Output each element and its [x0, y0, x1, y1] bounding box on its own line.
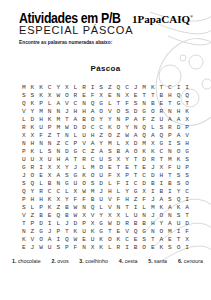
grid-cell: T	[148, 92, 157, 100]
grid-cell: U	[45, 156, 54, 164]
grid-cell: C	[71, 100, 80, 108]
grid-cell: F	[123, 100, 132, 108]
grid-cell: C	[166, 84, 175, 92]
grid-cell: L	[20, 116, 29, 124]
grid-cell: Z	[54, 204, 63, 212]
grid-cell: K	[114, 236, 123, 244]
grid-cell: F	[183, 228, 192, 236]
grid-cell: N	[63, 132, 72, 140]
grid-cell: N	[45, 108, 54, 116]
grid-cell: Q	[63, 236, 72, 244]
grid-cell: O	[97, 164, 106, 172]
grid-cell: L	[28, 204, 37, 212]
grid-cell: T	[148, 236, 157, 244]
grid-cell: B	[63, 212, 72, 220]
grid-cell: M	[54, 116, 63, 124]
grid-cell: T	[54, 132, 63, 140]
grid-cell: B	[157, 188, 166, 196]
grid-cell: Z	[114, 132, 123, 140]
grid-cell: P	[123, 116, 132, 124]
grid-cell: T	[106, 228, 115, 236]
grid-cell: D	[140, 156, 149, 164]
grid-cell: E	[140, 164, 149, 172]
grid-cell: K	[148, 148, 157, 156]
grid-cell: L	[37, 148, 46, 156]
grid-cell: L	[71, 132, 80, 140]
word-number: 1.	[12, 258, 16, 264]
grid-cell: J	[20, 172, 29, 180]
grid-cell: R	[123, 220, 132, 228]
grid-cell: H	[28, 196, 37, 204]
grid-cell: C	[123, 236, 132, 244]
word-label: cenoura	[184, 258, 203, 264]
grid-cell: Y	[123, 124, 132, 132]
grid-cell: T	[131, 164, 140, 172]
grid-cell: S	[166, 244, 175, 252]
grid-cell: H	[54, 156, 63, 164]
grid-cell: P	[183, 124, 192, 132]
grid-cell: T	[123, 204, 132, 212]
grid-cell: M	[54, 124, 63, 132]
grid-cell: A	[131, 132, 140, 140]
grid-cell: S	[174, 172, 183, 180]
grid-cell: F	[71, 196, 80, 204]
grid-cell: R	[114, 244, 123, 252]
grid-cell: F	[140, 196, 149, 204]
grid-cell: A	[54, 172, 63, 180]
grid-cell: C	[45, 188, 54, 196]
grid-cell: Q	[88, 100, 97, 108]
instruction-text: Encontre as palavras numeradas abaixo:	[19, 40, 112, 45]
grid-cell: L	[123, 212, 132, 220]
grid-cell: R	[20, 124, 29, 132]
grid-cell: G	[97, 220, 106, 228]
grid-cell: B	[80, 116, 89, 124]
grid-cell: T	[71, 156, 80, 164]
grid-cell: A	[123, 148, 132, 156]
grid-cell: S	[183, 156, 192, 164]
grid-cell: K	[28, 148, 37, 156]
grid-cell: S	[131, 100, 140, 108]
grid-cell: H	[166, 92, 175, 100]
grid-cell: H	[37, 196, 46, 204]
grid-cell: H	[174, 108, 183, 116]
grid-cell: K	[183, 108, 192, 116]
grid-cell: X	[148, 140, 157, 148]
grid-cell: K	[97, 236, 106, 244]
grid-cell: E	[106, 92, 115, 100]
grid-cell: X	[71, 188, 80, 196]
grid-cell: X	[63, 84, 72, 92]
grid-cell: N	[20, 228, 29, 236]
grid-cell: D	[131, 140, 140, 148]
grid-cell: J	[148, 164, 157, 172]
grid-cell: G	[71, 172, 80, 180]
grid-cell: C	[80, 148, 89, 156]
grid-cell: I	[166, 140, 175, 148]
grid-cell: O	[148, 108, 157, 116]
grid-cell: G	[97, 100, 106, 108]
grid-cell: A	[174, 132, 183, 140]
grid-cell: L	[106, 100, 115, 108]
grid-cell: I	[131, 204, 140, 212]
word-search-grid: MKKCYXLRISZQCJMKTCIISSKXWOREFXENXETTBHQQ…	[0, 84, 211, 252]
grid-cell: E	[131, 236, 140, 244]
grid-cell: L	[106, 180, 115, 188]
grid-cell: P	[45, 124, 54, 132]
grid-cell: S	[45, 148, 54, 156]
grid-cell: P	[183, 164, 192, 172]
grid-cell: I	[54, 236, 63, 244]
grid-cell: J	[131, 84, 140, 92]
grid-cell: X	[54, 196, 63, 204]
grid-cell: F	[88, 92, 97, 100]
grid-cell: J	[63, 108, 72, 116]
grid-cell: P	[28, 220, 37, 228]
grid-cell: D	[131, 108, 140, 116]
grid-cell: B	[131, 244, 140, 252]
grid-cell: M	[140, 84, 149, 92]
grid-cell: J	[148, 212, 157, 220]
grid-cell: E	[106, 164, 115, 172]
grid-cell: N	[148, 228, 157, 236]
grid-cell: R	[71, 92, 80, 100]
grid-cell: O	[28, 172, 37, 180]
grid-cell: M	[106, 140, 115, 148]
grid-cell: G	[183, 148, 192, 156]
grid-cell: M	[20, 84, 29, 92]
grid-cell: O	[80, 180, 89, 188]
grid-cell: X	[37, 156, 46, 164]
word-list-item: 6.cenoura	[178, 258, 203, 264]
grid-cell: A	[166, 116, 175, 124]
grid-cell: G	[20, 164, 29, 172]
grid-cell: R	[157, 108, 166, 116]
grid-cell: B	[45, 180, 54, 188]
grid-cell: T	[131, 172, 140, 180]
grid-cell: L	[114, 140, 123, 148]
grid-cell: C	[45, 84, 54, 92]
grid-cell: P	[37, 100, 46, 108]
grid-cell: Q	[174, 196, 183, 204]
grid-cell: A	[71, 116, 80, 124]
grid-cell: E	[157, 100, 166, 108]
grid-cell: O	[106, 236, 115, 244]
grid-cell: U	[80, 132, 89, 140]
grid-cell: A	[88, 108, 97, 116]
grid-cell: U	[174, 164, 183, 172]
grid-cell: D	[71, 124, 80, 132]
grid-cell: P	[63, 244, 72, 252]
grid-cell: S	[20, 92, 29, 100]
grid-cell: T	[114, 100, 123, 108]
grid-cell: D	[80, 124, 89, 132]
grid-cell: K	[45, 204, 54, 212]
grid-cell: U	[71, 180, 80, 188]
grid-cell: P	[166, 132, 175, 140]
grid-cell: O	[114, 108, 123, 116]
grid-cell: Y	[97, 116, 106, 124]
grid-cell: D	[140, 180, 149, 188]
grid-cell: U	[97, 156, 106, 164]
grid-cell: I	[174, 84, 183, 92]
grid-cell: A	[131, 116, 140, 124]
grid-cell: E	[45, 212, 54, 220]
grid-cell: I	[157, 180, 166, 188]
grid-cell: Z	[148, 116, 157, 124]
grid-cell: B	[114, 148, 123, 156]
grid-cell: E	[37, 172, 46, 180]
grid-cell: B	[63, 204, 72, 212]
grid-cell: C	[123, 84, 132, 92]
grid-cell: U	[131, 212, 140, 220]
grid-cell: R	[80, 156, 89, 164]
grid-cell: C	[97, 124, 106, 132]
grid-cell: X	[114, 172, 123, 180]
grid-cell: X	[183, 116, 192, 124]
grid-cell: K	[174, 204, 183, 212]
grid-cell: P	[71, 140, 80, 148]
grid-cell: G	[174, 100, 183, 108]
grid-cell: T	[166, 100, 175, 108]
grid-cell: A	[157, 196, 166, 204]
grid-cell: O	[140, 244, 149, 252]
grid-cell: J	[28, 244, 37, 252]
grid-cell: O	[174, 244, 183, 252]
grid-cell: Z	[131, 196, 140, 204]
word-number: 4.	[119, 258, 123, 264]
grid-cell: O	[37, 236, 46, 244]
grid-cell: N	[37, 140, 46, 148]
word-list-item: 5.santa	[148, 258, 167, 264]
registered-trademark-icon: ®	[190, 14, 193, 19]
grid-cell: O	[174, 148, 183, 156]
grid-cell: X	[106, 212, 115, 220]
grid-cell: Y	[54, 84, 63, 92]
grid-cell: V	[28, 236, 37, 244]
grid-cell: D	[174, 124, 183, 132]
word-number: 6.	[178, 258, 182, 264]
grid-cell: O	[114, 124, 123, 132]
grid-cell: D	[97, 180, 106, 188]
grid-cell: A	[166, 220, 175, 228]
grid-cell: Y	[97, 212, 106, 220]
grid-cell: X	[80, 212, 89, 220]
grid-cell: K	[106, 124, 115, 132]
grid-cell: S	[63, 172, 72, 180]
grid-cell: Y	[97, 140, 106, 148]
grid-cell: J	[148, 196, 157, 204]
grid-cell: B	[148, 100, 157, 108]
grid-cell: S	[123, 108, 132, 116]
grid-cell: E	[148, 244, 157, 252]
grid-cell: M	[88, 164, 97, 172]
grid-cell: X	[45, 92, 54, 100]
word-number: 5.	[148, 258, 152, 264]
header: Atividades em P/B 1PapaCAIQ® ESPECIAL PÁ…	[19, 10, 203, 26]
grid-cell: S	[28, 92, 37, 100]
grid-cell: N	[166, 212, 175, 220]
grid-cell: K	[140, 148, 149, 156]
grid-cell: K	[174, 156, 183, 164]
grid-cell: Z	[106, 84, 115, 92]
grid-cell: K	[37, 84, 46, 92]
grid-cell: G	[131, 188, 140, 196]
grid-cell: C	[131, 180, 140, 188]
grid-cell: E	[20, 244, 29, 252]
grid-cell: L	[37, 180, 46, 188]
grid-cell: I	[174, 228, 183, 236]
grid-cell: K	[28, 100, 37, 108]
grid-cell: U	[174, 220, 183, 228]
grid-cell: T	[157, 156, 166, 164]
grid-cell: V	[80, 140, 89, 148]
word-label: chocolate	[18, 258, 41, 264]
grid-cell: T	[140, 92, 149, 100]
grid-cell: W	[54, 92, 63, 100]
grid-cell: M	[37, 108, 46, 116]
grid-cell: V	[106, 204, 115, 212]
grid-cell: O	[106, 132, 115, 140]
grid-cell: W	[71, 212, 80, 220]
grid-cell: E	[131, 92, 140, 100]
grid-cell: S	[174, 140, 183, 148]
grid-cell: I	[166, 188, 175, 196]
grid-cell: K	[80, 172, 89, 180]
grid-cell: K	[45, 196, 54, 204]
grid-cell: P	[54, 228, 63, 236]
grid-cell: I	[183, 84, 192, 92]
grid-cell: R	[148, 156, 157, 164]
grid-cell: H	[157, 172, 166, 180]
word-list-item: 4.cesta	[119, 258, 138, 264]
grid-cell: Z	[97, 132, 106, 140]
grid-cell: D	[148, 172, 157, 180]
grid-cell: H	[37, 116, 46, 124]
grid-cell: N	[114, 92, 123, 100]
grid-cell: I	[183, 196, 192, 204]
grid-cell: V	[123, 228, 132, 236]
grid-cell: C	[88, 156, 97, 164]
grid-cell: S	[106, 148, 115, 156]
grid-cell: N	[166, 148, 175, 156]
word-label: cesta	[125, 258, 138, 264]
grid-cell: O	[157, 212, 166, 220]
grid-cell: X	[88, 244, 97, 252]
grid-cell: A	[54, 100, 63, 108]
grid-cell: W	[106, 220, 115, 228]
grid-cell: S	[174, 180, 183, 188]
grid-cell: P	[37, 204, 46, 212]
grid-cell: Y	[28, 188, 37, 196]
grid-cell: Q	[88, 204, 97, 212]
grid-cell: T	[114, 164, 123, 172]
grid-cell: W	[71, 204, 80, 212]
grid-cell: Q	[157, 132, 166, 140]
grid-cell: P	[20, 148, 29, 156]
word-list: 1.chocolate2.ovos3.coelhinho4.cesta5.san…	[12, 258, 203, 264]
grid-cell: X	[114, 156, 123, 164]
grid-cell: Q	[140, 132, 149, 140]
grid-cell: S	[20, 204, 29, 212]
grid-cell: F	[166, 164, 175, 172]
grid-cell: H	[148, 220, 157, 228]
brand-logo: 1PapaCAIQ®	[132, 13, 193, 25]
grid-cell: Y	[63, 196, 72, 204]
grid-cell: G	[157, 140, 166, 148]
grid-cell: K	[88, 228, 97, 236]
grid-cell: M	[166, 156, 175, 164]
grid-cell: J	[97, 188, 106, 196]
grid-cell: A	[183, 204, 192, 212]
grid-cell: N	[114, 204, 123, 212]
grid-cell: S	[20, 180, 29, 188]
grid-cell: Z	[45, 132, 54, 140]
grid-cell: L	[97, 204, 106, 212]
grid-cell: Z	[88, 148, 97, 156]
grid-cell: N	[45, 140, 54, 148]
word-list-item: 3.coelhinho	[79, 258, 108, 264]
grid-cell: X	[114, 212, 123, 220]
word-list-item: 2.ovos	[51, 258, 68, 264]
grid-cell: N	[80, 204, 89, 212]
grid-cell: B	[37, 212, 46, 220]
word-number: 3.	[79, 258, 83, 264]
word-number: 2.	[51, 258, 55, 264]
word-label: coelhinho	[85, 258, 108, 264]
grid-cell: A	[157, 236, 166, 244]
grid-cell: O	[183, 180, 192, 188]
grid-cell: H	[123, 196, 132, 204]
grid-cell: A	[88, 140, 97, 148]
word-label: santa	[154, 258, 167, 264]
grid-cell: C	[140, 172, 149, 180]
grid-cell: W	[63, 124, 72, 132]
grid-cell: I	[148, 188, 157, 196]
grid-cell: X	[20, 132, 29, 140]
grid-cell: D	[28, 116, 37, 124]
grid-cell: N	[131, 124, 140, 132]
grid-cell: V	[20, 212, 29, 220]
grid-cell: X	[45, 172, 54, 180]
grid-cell: E	[80, 236, 89, 244]
grid-cell: T	[131, 156, 140, 164]
grid-cell: N	[54, 148, 63, 156]
grid-cell: U	[88, 236, 97, 244]
grid-cell: K	[28, 84, 37, 92]
grid-cell: V	[106, 196, 115, 204]
grid-cell: V	[106, 108, 115, 116]
grid-cell: S	[106, 156, 115, 164]
grid-cell: D	[114, 220, 123, 228]
grid-cell: Y	[174, 188, 183, 196]
grid-cell: H	[71, 108, 80, 116]
grid-cell: Q	[140, 124, 149, 132]
grid-cell: X	[97, 92, 106, 100]
grid-cell: M	[148, 204, 157, 212]
grid-cell: N	[80, 100, 89, 108]
grid-cell: E	[114, 228, 123, 236]
grid-cell: S	[54, 244, 63, 252]
grid-cell: Q	[20, 100, 29, 108]
grid-cell: K	[45, 116, 54, 124]
grid-cell: G	[71, 148, 80, 156]
grid-cell: X	[123, 140, 132, 148]
grid-cell: A	[166, 204, 175, 212]
brand-logo-text: 1PapaCAIQ	[132, 13, 190, 25]
grid-cell: U	[45, 244, 54, 252]
grid-cell: N	[54, 180, 63, 188]
